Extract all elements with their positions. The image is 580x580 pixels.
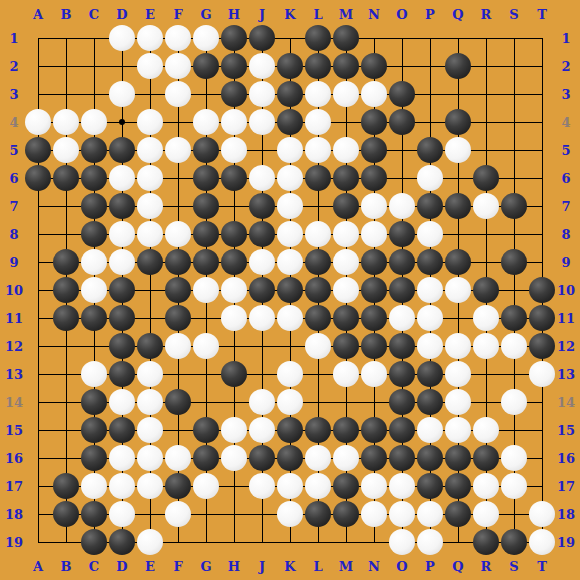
white-stone-O17[interactable] (389, 473, 415, 499)
white-stone-R18[interactable] (473, 501, 499, 527)
column-label-top-S: S (509, 8, 518, 21)
black-stone-B6[interactable] (53, 165, 79, 191)
white-stone-L12[interactable] (305, 333, 331, 359)
black-stone-B9[interactable] (53, 249, 79, 275)
column-label-top-D: D (116, 8, 127, 21)
black-stone-J8[interactable] (249, 221, 275, 247)
white-stone-D6[interactable] (109, 165, 135, 191)
white-stone-K11[interactable] (277, 305, 303, 331)
row-label-right-12: 12 (557, 340, 575, 353)
white-stone-E15[interactable] (137, 417, 163, 443)
black-stone-R16[interactable] (473, 445, 499, 471)
row-label-right-9: 9 (561, 256, 570, 269)
white-stone-P6[interactable] (417, 165, 443, 191)
black-stone-L1[interactable] (305, 25, 331, 51)
white-stone-J17[interactable] (249, 473, 275, 499)
black-stone-N15[interactable] (361, 417, 387, 443)
white-stone-P18[interactable] (417, 501, 443, 527)
black-stone-S7[interactable] (501, 193, 527, 219)
black-stone-M11[interactable] (333, 305, 359, 331)
black-stone-K15[interactable] (277, 417, 303, 443)
white-stone-Q10[interactable] (445, 277, 471, 303)
white-stone-R17[interactable] (473, 473, 499, 499)
white-stone-D3[interactable] (109, 81, 135, 107)
column-label-top-J: J (259, 8, 265, 21)
black-stone-C14[interactable] (81, 389, 107, 415)
white-stone-C10[interactable] (81, 277, 107, 303)
black-stone-C8[interactable] (81, 221, 107, 247)
white-stone-C13[interactable] (81, 361, 107, 387)
black-stone-A5[interactable] (25, 137, 51, 163)
black-stone-Q2[interactable] (445, 53, 471, 79)
go-board-app: AABBCCDDEEFFGGHHJJKKLLMMNNOOPPQQRRSSTT11… (0, 0, 580, 580)
white-stone-T18[interactable] (529, 501, 555, 527)
black-stone-N9[interactable] (361, 249, 387, 275)
white-stone-E2[interactable] (137, 53, 163, 79)
white-stone-N17[interactable] (361, 473, 387, 499)
black-stone-H13[interactable] (221, 361, 247, 387)
column-label-top-T: T (537, 8, 547, 21)
black-stone-P14[interactable] (417, 389, 443, 415)
white-stone-D14[interactable] (109, 389, 135, 415)
white-stone-E16[interactable] (137, 445, 163, 471)
row-label-right-14: 14 (557, 396, 575, 409)
black-stone-B17[interactable] (53, 473, 79, 499)
black-stone-N4[interactable] (361, 109, 387, 135)
white-stone-E7[interactable] (137, 193, 163, 219)
white-stone-P10[interactable] (417, 277, 443, 303)
black-stone-Q18[interactable] (445, 501, 471, 527)
column-label-bottom-G: G (200, 560, 211, 573)
column-label-top-K: K (284, 8, 295, 21)
white-stone-H4[interactable] (221, 109, 247, 135)
black-stone-Q7[interactable] (445, 193, 471, 219)
column-label-bottom-N: N (368, 560, 380, 573)
black-stone-D11[interactable] (109, 305, 135, 331)
white-stone-H16[interactable] (221, 445, 247, 471)
white-stone-P15[interactable] (417, 417, 443, 443)
black-stone-O10[interactable] (389, 277, 415, 303)
black-stone-A6[interactable] (25, 165, 51, 191)
black-stone-O14[interactable] (389, 389, 415, 415)
go-board-surface[interactable]: AABBCCDDEEFFGGHHJJKKLLMMNNOOPPQQRRSSTT11… (0, 0, 580, 580)
black-stone-M12[interactable] (333, 333, 359, 359)
black-stone-O16[interactable] (389, 445, 415, 471)
white-stone-K14[interactable] (277, 389, 303, 415)
white-stone-M8[interactable] (333, 221, 359, 247)
black-stone-C18[interactable] (81, 501, 107, 527)
column-label-top-L: L (313, 8, 322, 21)
white-stone-D17[interactable] (109, 473, 135, 499)
white-stone-F5[interactable] (165, 137, 191, 163)
black-stone-Q17[interactable] (445, 473, 471, 499)
white-stone-K5[interactable] (277, 137, 303, 163)
black-stone-P5[interactable] (417, 137, 443, 163)
white-stone-K18[interactable] (277, 501, 303, 527)
black-stone-C6[interactable] (81, 165, 107, 191)
black-stone-K3[interactable] (277, 81, 303, 107)
white-stone-N8[interactable] (361, 221, 387, 247)
white-stone-P19[interactable] (417, 529, 443, 555)
black-stone-L18[interactable] (305, 501, 331, 527)
black-stone-L6[interactable] (305, 165, 331, 191)
black-stone-N10[interactable] (361, 277, 387, 303)
white-stone-D16[interactable] (109, 445, 135, 471)
column-label-top-G: G (200, 8, 211, 21)
white-stone-L4[interactable] (305, 109, 331, 135)
black-stone-O4[interactable] (389, 109, 415, 135)
white-stone-P12[interactable] (417, 333, 443, 359)
white-stone-R11[interactable] (473, 305, 499, 331)
black-stone-L9[interactable] (305, 249, 331, 275)
white-stone-K6[interactable] (277, 165, 303, 191)
white-stone-F3[interactable] (165, 81, 191, 107)
black-stone-C16[interactable] (81, 445, 107, 471)
white-stone-H10[interactable] (221, 277, 247, 303)
white-stone-J4[interactable] (249, 109, 275, 135)
column-label-bottom-S: S (509, 560, 518, 573)
black-stone-H3[interactable] (221, 81, 247, 107)
black-stone-O3[interactable] (389, 81, 415, 107)
white-stone-K8[interactable] (277, 221, 303, 247)
black-stone-P17[interactable] (417, 473, 443, 499)
column-label-top-A: A (33, 8, 43, 21)
white-stone-J2[interactable] (249, 53, 275, 79)
black-stone-T12[interactable] (529, 333, 555, 359)
black-stone-C7[interactable] (81, 193, 107, 219)
black-stone-E12[interactable] (137, 333, 163, 359)
white-stone-E5[interactable] (137, 137, 163, 163)
black-stone-G8[interactable] (193, 221, 219, 247)
white-stone-T13[interactable] (529, 361, 555, 387)
row-label-right-3: 3 (561, 88, 570, 101)
black-stone-P7[interactable] (417, 193, 443, 219)
black-stone-S19[interactable] (501, 529, 527, 555)
black-stone-F9[interactable] (165, 249, 191, 275)
white-stone-O7[interactable] (389, 193, 415, 219)
white-stone-B4[interactable] (53, 109, 79, 135)
black-stone-N12[interactable] (361, 333, 387, 359)
black-stone-N16[interactable] (361, 445, 387, 471)
black-stone-Q4[interactable] (445, 109, 471, 135)
column-label-bottom-P: P (425, 560, 435, 573)
black-stone-F14[interactable] (165, 389, 191, 415)
white-stone-R15[interactable] (473, 417, 499, 443)
black-stone-R6[interactable] (473, 165, 499, 191)
black-stone-F11[interactable] (165, 305, 191, 331)
black-stone-S11[interactable] (501, 305, 527, 331)
column-label-top-C: C (89, 8, 99, 21)
black-stone-C19[interactable] (81, 529, 107, 555)
black-stone-R10[interactable] (473, 277, 499, 303)
black-stone-O9[interactable] (389, 249, 415, 275)
white-stone-J15[interactable] (249, 417, 275, 443)
black-stone-M6[interactable] (333, 165, 359, 191)
black-stone-M15[interactable] (333, 417, 359, 443)
black-stone-P16[interactable] (417, 445, 443, 471)
white-stone-Q12[interactable] (445, 333, 471, 359)
column-label-bottom-J: J (259, 560, 265, 573)
white-stone-T19[interactable] (529, 529, 555, 555)
black-stone-D15[interactable] (109, 417, 135, 443)
row-label-right-5: 5 (561, 144, 570, 157)
white-stone-J6[interactable] (249, 165, 275, 191)
white-stone-N13[interactable] (361, 361, 387, 387)
black-stone-D5[interactable] (109, 137, 135, 163)
column-label-bottom-F: F (173, 560, 182, 573)
column-label-bottom-E: E (145, 560, 155, 573)
black-stone-K2[interactable] (277, 53, 303, 79)
white-stone-G1[interactable] (193, 25, 219, 51)
white-stone-M10[interactable] (333, 277, 359, 303)
black-stone-L10[interactable] (305, 277, 331, 303)
black-stone-J7[interactable] (249, 193, 275, 219)
column-label-bottom-M: M (339, 560, 353, 573)
white-stone-D18[interactable] (109, 501, 135, 527)
row-label-left-4: 4 (9, 116, 18, 129)
column-label-bottom-B: B (61, 560, 72, 573)
white-stone-N7[interactable] (361, 193, 387, 219)
black-stone-T10[interactable] (529, 277, 555, 303)
black-stone-O15[interactable] (389, 417, 415, 443)
black-stone-L11[interactable] (305, 305, 331, 331)
column-label-top-Q: Q (452, 8, 463, 21)
row-label-left-2: 2 (9, 60, 18, 73)
black-stone-Q9[interactable] (445, 249, 471, 275)
white-stone-M9[interactable] (333, 249, 359, 275)
black-stone-M1[interactable] (333, 25, 359, 51)
white-stone-G12[interactable] (193, 333, 219, 359)
column-label-bottom-O: O (396, 560, 407, 573)
black-stone-B10[interactable] (53, 277, 79, 303)
white-stone-C17[interactable] (81, 473, 107, 499)
white-stone-S17[interactable] (501, 473, 527, 499)
white-stone-N18[interactable] (361, 501, 387, 527)
black-stone-H9[interactable] (221, 249, 247, 275)
black-stone-L15[interactable] (305, 417, 331, 443)
white-stone-L16[interactable] (305, 445, 331, 471)
black-stone-C11[interactable] (81, 305, 107, 331)
black-stone-K10[interactable] (277, 277, 303, 303)
white-stone-F8[interactable] (165, 221, 191, 247)
white-stone-L5[interactable] (305, 137, 331, 163)
black-stone-C15[interactable] (81, 417, 107, 443)
white-stone-L3[interactable] (305, 81, 331, 107)
white-stone-J14[interactable] (249, 389, 275, 415)
black-stone-T11[interactable] (529, 305, 555, 331)
white-stone-Q15[interactable] (445, 417, 471, 443)
white-stone-O18[interactable] (389, 501, 415, 527)
black-stone-R19[interactable] (473, 529, 499, 555)
white-stone-H11[interactable] (221, 305, 247, 331)
black-stone-D12[interactable] (109, 333, 135, 359)
black-stone-O8[interactable] (389, 221, 415, 247)
black-stone-O12[interactable] (389, 333, 415, 359)
white-stone-H5[interactable] (221, 137, 247, 163)
white-stone-F18[interactable] (165, 501, 191, 527)
white-stone-K7[interactable] (277, 193, 303, 219)
black-stone-D10[interactable] (109, 277, 135, 303)
white-stone-S16[interactable] (501, 445, 527, 471)
black-stone-L2[interactable] (305, 53, 331, 79)
white-stone-D8[interactable] (109, 221, 135, 247)
white-stone-S14[interactable] (501, 389, 527, 415)
black-stone-M17[interactable] (333, 473, 359, 499)
column-label-bottom-C: C (89, 560, 99, 573)
black-stone-C5[interactable] (81, 137, 107, 163)
column-label-top-O: O (396, 8, 407, 21)
column-label-bottom-D: D (116, 560, 127, 573)
white-stone-F1[interactable] (165, 25, 191, 51)
column-label-top-E: E (145, 8, 155, 21)
black-stone-B11[interactable] (53, 305, 79, 331)
row-label-left-19: 19 (5, 536, 23, 549)
white-stone-G4[interactable] (193, 109, 219, 135)
black-stone-M18[interactable] (333, 501, 359, 527)
black-stone-D13[interactable] (109, 361, 135, 387)
white-stone-Q14[interactable] (445, 389, 471, 415)
white-stone-N3[interactable] (361, 81, 387, 107)
white-stone-B5[interactable] (53, 137, 79, 163)
column-label-bottom-R: R (481, 560, 492, 573)
black-stone-G16[interactable] (193, 445, 219, 471)
column-label-bottom-A: A (33, 560, 43, 573)
black-stone-K16[interactable] (277, 445, 303, 471)
row-label-right-17: 17 (557, 480, 575, 493)
white-stone-R12[interactable] (473, 333, 499, 359)
column-label-top-N: N (368, 8, 380, 21)
column-label-top-R: R (481, 8, 492, 21)
column-label-top-B: B (61, 8, 72, 21)
row-label-right-7: 7 (561, 200, 570, 213)
black-stone-M2[interactable] (333, 53, 359, 79)
black-stone-H2[interactable] (221, 53, 247, 79)
row-label-left-8: 8 (9, 228, 18, 241)
column-label-top-F: F (173, 8, 182, 21)
black-stone-D7[interactable] (109, 193, 135, 219)
white-stone-L8[interactable] (305, 221, 331, 247)
white-stone-J11[interactable] (249, 305, 275, 331)
row-label-left-16: 16 (5, 452, 23, 465)
white-stone-G10[interactable] (193, 277, 219, 303)
row-label-right-4: 4 (561, 116, 570, 129)
column-label-bottom-L: L (313, 560, 322, 573)
white-stone-K9[interactable] (277, 249, 303, 275)
white-stone-E4[interactable] (137, 109, 163, 135)
white-stone-F2[interactable] (165, 53, 191, 79)
black-stone-J10[interactable] (249, 277, 275, 303)
white-stone-C4[interactable] (81, 109, 107, 135)
row-label-left-15: 15 (5, 424, 23, 437)
white-stone-M13[interactable] (333, 361, 359, 387)
row-label-right-18: 18 (557, 508, 575, 521)
white-stone-K13[interactable] (277, 361, 303, 387)
black-stone-P9[interactable] (417, 249, 443, 275)
white-stone-Q5[interactable] (445, 137, 471, 163)
black-stone-D19[interactable] (109, 529, 135, 555)
black-stone-N6[interactable] (361, 165, 387, 191)
row-label-left-18: 18 (5, 508, 23, 521)
row-label-left-9: 9 (9, 256, 18, 269)
white-stone-P8[interactable] (417, 221, 443, 247)
column-label-top-M: M (339, 8, 353, 21)
white-stone-O19[interactable] (389, 529, 415, 555)
white-stone-L17[interactable] (305, 473, 331, 499)
white-stone-P11[interactable] (417, 305, 443, 331)
black-stone-G2[interactable] (193, 53, 219, 79)
black-stone-N2[interactable] (361, 53, 387, 79)
white-stone-A4[interactable] (25, 109, 51, 135)
row-label-left-3: 3 (9, 88, 18, 101)
white-stone-F12[interactable] (165, 333, 191, 359)
black-stone-H8[interactable] (221, 221, 247, 247)
black-stone-J16[interactable] (249, 445, 275, 471)
black-stone-J1[interactable] (249, 25, 275, 51)
black-stone-O13[interactable] (389, 361, 415, 387)
black-stone-G9[interactable] (193, 249, 219, 275)
white-stone-D9[interactable] (109, 249, 135, 275)
black-stone-M7[interactable] (333, 193, 359, 219)
black-stone-E9[interactable] (137, 249, 163, 275)
white-stone-M5[interactable] (333, 137, 359, 163)
black-stone-G7[interactable] (193, 193, 219, 219)
black-stone-B18[interactable] (53, 501, 79, 527)
black-stone-S9[interactable] (501, 249, 527, 275)
white-stone-H15[interactable] (221, 417, 247, 443)
white-stone-E8[interactable] (137, 221, 163, 247)
white-stone-M16[interactable] (333, 445, 359, 471)
white-stone-O11[interactable] (389, 305, 415, 331)
row-label-left-14: 14 (5, 396, 23, 409)
black-stone-G6[interactable] (193, 165, 219, 191)
black-stone-F17[interactable] (165, 473, 191, 499)
row-label-left-5: 5 (9, 144, 18, 157)
white-stone-J9[interactable] (249, 249, 275, 275)
white-stone-E14[interactable] (137, 389, 163, 415)
white-stone-E13[interactable] (137, 361, 163, 387)
black-stone-G5[interactable] (193, 137, 219, 163)
black-stone-H1[interactable] (221, 25, 247, 51)
white-stone-R7[interactable] (473, 193, 499, 219)
white-stone-K17[interactable] (277, 473, 303, 499)
column-label-bottom-Q: Q (452, 560, 463, 573)
column-label-bottom-H: H (228, 560, 240, 573)
white-stone-D1[interactable] (109, 25, 135, 51)
black-stone-F10[interactable] (165, 277, 191, 303)
white-stone-Q13[interactable] (445, 361, 471, 387)
black-stone-P13[interactable] (417, 361, 443, 387)
black-stone-N11[interactable] (361, 305, 387, 331)
white-stone-E6[interactable] (137, 165, 163, 191)
white-stone-F16[interactable] (165, 445, 191, 471)
black-stone-G15[interactable] (193, 417, 219, 443)
row-label-left-17: 17 (5, 480, 23, 493)
black-stone-H6[interactable] (221, 165, 247, 191)
black-stone-N5[interactable] (361, 137, 387, 163)
black-stone-Q16[interactable] (445, 445, 471, 471)
row-label-right-2: 2 (561, 60, 570, 73)
column-label-bottom-T: T (537, 560, 547, 573)
white-stone-E19[interactable] (137, 529, 163, 555)
white-stone-J3[interactable] (249, 81, 275, 107)
white-stone-E1[interactable] (137, 25, 163, 51)
white-stone-G17[interactable] (193, 473, 219, 499)
white-stone-M3[interactable] (333, 81, 359, 107)
black-stone-K4[interactable] (277, 109, 303, 135)
white-stone-C9[interactable] (81, 249, 107, 275)
white-stone-E17[interactable] (137, 473, 163, 499)
white-stone-S12[interactable] (501, 333, 527, 359)
